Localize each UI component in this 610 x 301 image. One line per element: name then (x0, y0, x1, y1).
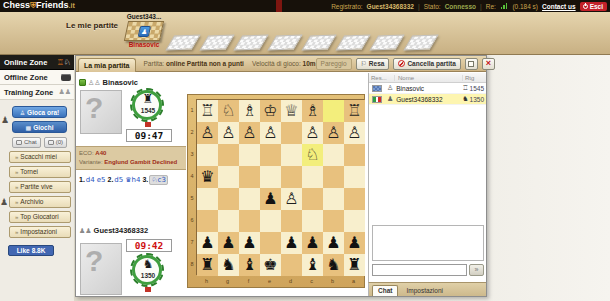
like-count: 8.8K (32, 246, 46, 255)
close-game-button[interactable]: × (482, 58, 495, 70)
sidebar-item-label: Scacchi miei (20, 152, 56, 162)
square-g8[interactable]: ♞ (218, 254, 239, 276)
registered-label: Registrato: (331, 3, 362, 10)
square-f7[interactable]: ♟ (239, 232, 260, 254)
white-p-piece[interactable]: ♙ (344, 122, 365, 144)
file-label: f (238, 275, 259, 287)
black-n-piece[interactable]: ♞ (323, 254, 344, 276)
resign-button[interactable]: ⚐Resa (356, 58, 390, 70)
empty-board-slot[interactable] (301, 35, 336, 51)
games-button[interactable]: ▦ Giochi (12, 121, 67, 133)
online-zone-label: Online Zone (4, 58, 47, 67)
black-piece-icon: ♟♟ (79, 227, 92, 235)
match-info: Partita: online Partita non a punti (144, 60, 244, 67)
separator: | (418, 3, 420, 10)
square-a4[interactable] (344, 166, 365, 188)
square-d3[interactable] (281, 144, 302, 166)
square-h3[interactable] (197, 144, 218, 166)
square-g2[interactable]: ♙ (218, 122, 239, 144)
rating-piece-icon: ♞ (462, 95, 468, 103)
white-p-piece[interactable]: ♙ (218, 122, 239, 144)
black-p-piece[interactable]: ♟ (239, 232, 260, 254)
top-player-avatar: ? (80, 90, 122, 134)
square-b2[interactable]: ♙ (323, 122, 344, 144)
logo-tld: .it (69, 2, 75, 9)
player-rating: ♖1545 (462, 84, 484, 92)
online-status-icon (79, 79, 86, 86)
rank-label: 8 (188, 253, 196, 275)
play-icon: ♙ (20, 109, 25, 116)
rank-label: 7 (188, 231, 196, 253)
move-list[interactable]: 1.d4e52.d5♛h43.♘c3 (79, 174, 184, 187)
sidebar-item-tornei[interactable]: »Tornei (9, 166, 71, 178)
rank-label: 4 (188, 165, 196, 187)
facebook-like-button[interactable]: Like 8.8K (8, 245, 54, 256)
header-nome: Nome (395, 75, 462, 81)
side-piece-icon: ♟ (387, 95, 393, 103)
square-b5[interactable] (323, 188, 344, 210)
bottom-player-wreath: ♞ 1350 (128, 254, 168, 292)
empty-board-slot[interactable] (165, 35, 200, 51)
sidebar-chat-count-button[interactable]: (0) (44, 137, 67, 148)
play-now-button[interactable]: ♙ Gioca ora! (12, 106, 67, 118)
white-n-piece[interactable]: ♘ (302, 144, 323, 166)
square-a1[interactable]: ♖ (344, 100, 365, 122)
file-label: c (301, 275, 322, 287)
square-g6[interactable] (218, 210, 239, 232)
square-d4[interactable] (281, 166, 302, 188)
file-label: d (280, 275, 301, 287)
rating-value: 1545 (470, 85, 484, 92)
sidebar-item-offline-zone[interactable]: Offline Zone (0, 70, 74, 85)
offline-zone-icon (61, 74, 71, 81)
black-p-piece[interactable]: ♟ (281, 232, 302, 254)
training-zone-label: Training Zone (4, 88, 53, 97)
tab-strip: Le mie partite Guest343... ♟ Binasovic (0, 12, 610, 55)
square-c8[interactable]: ♝ (302, 254, 323, 276)
player-list-panel: Res... Nome Rtg ♙Binasovic♖1545♟Guest343… (368, 73, 486, 284)
chevron-icon: » (15, 167, 18, 177)
square-g4[interactable] (218, 166, 239, 188)
sidebar-item-online-zone[interactable]: Online Zone ♖♘ (0, 55, 74, 70)
window-icon (468, 61, 474, 67)
square-g7[interactable]: ♟ (218, 232, 239, 254)
sidebar-item-training-zone[interactable]: Training Zone ♟♟ (0, 85, 74, 100)
move-number: 3. (142, 176, 148, 183)
black-p-piece[interactable]: ♟ (302, 232, 323, 254)
like-label: Like (17, 246, 30, 255)
move[interactable]: d4 (86, 176, 95, 184)
rank-labels: 12345678 (188, 99, 196, 275)
file-label: b (322, 275, 343, 287)
empty-board-slot[interactable] (369, 35, 404, 51)
bottom-player-bar: ♟♟ Guest34368332 (79, 226, 148, 235)
games-label: Giochi (33, 124, 53, 131)
square-b7[interactable]: ♟ (323, 232, 344, 254)
active-game-tab[interactable]: Guest343... ♟ Binasovic (120, 13, 168, 48)
white-r-piece[interactable]: ♖ (197, 100, 218, 122)
player-row-binasovic[interactable]: ♙Binasovic♖1545 (369, 83, 486, 94)
empty-game-slots (170, 35, 434, 50)
contact-us-link[interactable]: Contact us (542, 3, 576, 10)
square-c5[interactable] (302, 188, 323, 210)
white-q-piece[interactable]: ♕ (281, 100, 302, 122)
offline-zone-label: Offline Zone (4, 73, 48, 82)
grid-icon (48, 140, 54, 145)
header-res: Res... (369, 75, 395, 81)
square-e7[interactable] (260, 232, 281, 254)
top-player-name: Binasovic (103, 78, 138, 87)
square-b1[interactable] (323, 100, 344, 122)
square-e2[interactable]: ♙ (260, 122, 281, 144)
black-k-piece[interactable]: ♚ (260, 254, 281, 276)
notification-notch (276, 0, 282, 12)
empty-board-slot[interactable] (403, 35, 438, 51)
status-value: Connesso (445, 3, 476, 10)
variant-label: Variante: (79, 159, 103, 165)
active-game-player: Binasovic (120, 41, 168, 48)
black-b-piece[interactable]: ♝ (302, 254, 323, 276)
sidebar-item-partite-vive[interactable]: »Partite vive (9, 181, 71, 193)
match-label: Partita: (144, 60, 165, 67)
square-b6[interactable] (323, 210, 344, 232)
square-a6[interactable] (344, 210, 365, 232)
sidebar-menu: »Scacchi miei»Tornei»Partite vive»Archiv… (0, 151, 74, 238)
square-e6[interactable] (260, 210, 281, 232)
square-a2[interactable]: ♙ (344, 122, 365, 144)
square-h2[interactable]: ♙ (197, 122, 218, 144)
cancel-game-button[interactable]: Cancella partita (393, 58, 460, 70)
square-f3[interactable] (239, 144, 260, 166)
logo-chess: Chess (3, 0, 30, 10)
square-a3[interactable] (344, 144, 365, 166)
black-b-piece[interactable]: ♝ (239, 254, 260, 276)
bottom-player-rating: 1350 (128, 272, 168, 279)
square-a7[interactable]: ♟ (344, 232, 365, 254)
pawn-decoration-icon: ♟ (1, 115, 9, 125)
empty-board-slot[interactable] (267, 35, 302, 51)
variant-value: Englund Gambit Declined (104, 159, 177, 165)
popout-button[interactable] (465, 58, 478, 70)
sidebar-item-label: Tornei (20, 167, 38, 177)
player-list-header: Res... Nome Rtg (369, 73, 486, 83)
square-a8[interactable]: ♜ (344, 254, 365, 276)
top-player-wreath: ♜ 1545 (128, 89, 168, 127)
draw-button[interactable]: Pareggio (316, 58, 352, 70)
file-label: h (196, 275, 217, 287)
black-p-piece[interactable]: ♟ (323, 232, 344, 254)
move[interactable]: ♘c3 (149, 175, 168, 185)
move-number: 1. (79, 176, 85, 183)
square-h6[interactable] (197, 210, 218, 232)
active-game-board-thumbnail: ♟ (124, 21, 164, 41)
square-c7[interactable]: ♟ (302, 232, 323, 254)
chat-line: » (372, 264, 484, 276)
square-f8[interactable]: ♝ (239, 254, 260, 276)
chevron-icon: » (15, 212, 18, 222)
file-labels: hgfedcba (196, 275, 364, 287)
chevron-icon: » (15, 182, 18, 192)
top-player-clock: 09:47 (126, 129, 172, 142)
black-r-piece[interactable]: ♜ (344, 254, 365, 276)
no-entry-icon (398, 60, 405, 67)
toolbar-buttons: Pareggio ⚐Resa Cancella partita × (316, 58, 495, 70)
square-c6[interactable] (302, 210, 323, 232)
player-name: Binasovic (396, 85, 424, 92)
wreath-ribbon (145, 287, 151, 292)
italy-flag-icon (372, 96, 382, 103)
match-value: online Partita non a punti (166, 60, 244, 67)
wreath-ribbon (145, 122, 151, 127)
cancel-label: Cancella partita (407, 60, 455, 67)
logout-button[interactable]: Esci (580, 2, 607, 11)
square-c4[interactable] (302, 166, 323, 188)
file-label: a (343, 275, 364, 287)
logo-friends: Friends (36, 0, 69, 10)
sidebar-item-label: Impostazioni (20, 227, 57, 237)
chevron-icon: » (15, 197, 18, 207)
wreath-piece-icon: ♜ (128, 93, 168, 105)
panel-tabs: ChatImpostazioni (368, 282, 486, 296)
square-d5[interactable]: ♙ (281, 188, 302, 210)
white-b-piece[interactable]: ♗ (302, 100, 323, 122)
square-d1[interactable]: ♕ (281, 100, 302, 122)
square-g1[interactable]: ♘ (218, 100, 239, 122)
game-toolbar: La mia partita Partita: online Partita n… (76, 56, 486, 72)
black-r-piece[interactable]: ♜ (197, 254, 218, 276)
game-mode-icon: ♟ (138, 26, 151, 37)
move[interactable]: d5 (114, 176, 123, 184)
square-d6[interactable] (281, 210, 302, 232)
white-p-piece[interactable]: ♙ (323, 122, 344, 144)
rating-value: 1350 (470, 96, 484, 103)
rank-label: 6 (188, 209, 196, 231)
square-h4[interactable]: ♛ (197, 166, 218, 188)
square-g5[interactable] (218, 188, 239, 210)
square-g3[interactable] (218, 144, 239, 166)
empty-board-slot[interactable] (199, 35, 234, 51)
pawn-decoration-icon: ♟ (0, 197, 8, 207)
square-h5[interactable] (197, 188, 218, 210)
chat-bubble-icon (16, 140, 22, 145)
unknown-avatar-question: ? (85, 244, 103, 278)
player-name: Guest34368332 (396, 96, 442, 103)
top-player-bar: ♙♙ Binasovic (79, 78, 138, 87)
white-r-piece[interactable]: ♖ (344, 100, 365, 122)
square-a5[interactable] (344, 188, 365, 210)
sidebar-chat-button[interactable]: Chat (12, 137, 41, 148)
square-e8[interactable]: ♚ (260, 254, 281, 276)
sidebar-item-scacchi-miei[interactable]: »Scacchi miei (9, 151, 71, 163)
player-rating: ♞1350 (462, 95, 484, 103)
square-b3[interactable] (323, 144, 344, 166)
square-f2[interactable]: ♙ (239, 122, 260, 144)
board-grid: ♖♘♗♔♕♗♖♙♙♙♙♙♙♙♘♛♟♙♟♟♟♟♟♟♟♜♞♝♚♝♞♜ (196, 99, 364, 275)
speed-label: Velocità di gioco: (252, 60, 301, 67)
signal-icon (501, 3, 508, 9)
status-label: Stato: (424, 3, 441, 10)
square-d7[interactable]: ♟ (281, 232, 302, 254)
draw-label: Pareggio (321, 60, 347, 67)
square-c2[interactable]: ♙ (302, 122, 323, 144)
bottom-player-name: Guest34368332 (94, 226, 149, 235)
chat-log (372, 225, 484, 261)
square-h7[interactable]: ♟ (197, 232, 218, 254)
square-e3[interactable] (260, 144, 281, 166)
tab-impostazioni[interactable]: Impostazioni (401, 286, 448, 296)
sidebar-item-label: Top Giocatori (20, 212, 58, 222)
square-h1[interactable]: ♖ (197, 100, 218, 122)
move-number: 2. (108, 176, 114, 183)
rating-piece-icon: ♖ (462, 84, 468, 92)
chevron-icon: » (15, 152, 18, 162)
black-q-piece[interactable]: ♛ (197, 166, 218, 188)
close-icon: × (486, 59, 491, 68)
power-icon (583, 4, 588, 9)
file-label: e (259, 275, 280, 287)
rank-label: 1 (188, 99, 196, 121)
black-p-piece[interactable]: ♟ (197, 232, 218, 254)
active-game-opponent: Guest343... (120, 13, 168, 20)
square-f1[interactable]: ♗ (239, 100, 260, 122)
separator: | (480, 3, 482, 10)
games-icon: ▦ (26, 124, 32, 131)
play-now-label: Gioca ora! (27, 109, 59, 116)
square-c1[interactable]: ♗ (302, 100, 323, 122)
wreath-piece-icon: ♞ (128, 258, 168, 270)
white-p-piece[interactable]: ♙ (302, 122, 323, 144)
header-rtg: Rtg (462, 75, 486, 81)
square-e5[interactable]: ♟ (260, 188, 281, 210)
top-player-rating: 1545 (128, 107, 168, 114)
speed-value: 10m (303, 60, 316, 67)
white-b-piece[interactable]: ♗ (239, 100, 260, 122)
logout-label: Esci (590, 3, 603, 10)
sidebar: Online Zone ♖♘ Offline Zone Training Zon… (0, 55, 74, 301)
speed-info: Velocità di gioco: 10m (252, 60, 316, 67)
session-username: Guest34368332 (367, 3, 414, 10)
square-b8[interactable]: ♞ (323, 254, 344, 276)
square-c3[interactable]: ♘ (302, 144, 323, 166)
white-p-piece[interactable]: ♙ (260, 122, 281, 144)
eco-label: ECO: (79, 150, 94, 156)
rank-label: 5 (188, 187, 196, 209)
sidebar-item-archivio[interactable]: »Archivio (9, 196, 71, 208)
chat-send-button[interactable]: » (469, 264, 484, 276)
sidebar-chat-label: Chat (24, 138, 37, 147)
sidebar-chat-count: (0) (56, 138, 63, 147)
session-info: Registrato: Guest34368332 | Stato: Conne… (331, 0, 607, 12)
blue-flag-icon (372, 85, 382, 92)
tab-chat[interactable]: Chat (372, 285, 398, 296)
move[interactable]: e5 (97, 176, 106, 184)
ping-label: Re: (486, 3, 496, 10)
black-n-piece[interactable]: ♞ (218, 254, 239, 276)
rank-label: 3 (188, 143, 196, 165)
square-f6[interactable] (239, 210, 260, 232)
eco-value: A40 (95, 150, 106, 156)
top-bar: Chess⛨Friends.it Registrato: Guest343683… (0, 0, 610, 12)
sidebar-item-impostazioni[interactable]: »Impostazioni (9, 226, 71, 238)
square-f4[interactable] (239, 166, 260, 188)
ping-value: (0.184 s) (512, 3, 538, 10)
side-piece-icon: ♙ (387, 84, 393, 92)
opening-info-box: ECO: A40 Variante: Englund Gambit Declin… (76, 146, 186, 170)
black-p-piece[interactable]: ♟ (260, 188, 281, 210)
training-zone-icon: ♟♟ (58, 88, 71, 96)
site-logo[interactable]: Chess⛨Friends.it (3, 0, 75, 11)
square-d2[interactable] (281, 122, 302, 144)
unknown-avatar-question: ? (85, 91, 103, 125)
sidebar-item-label: Partite vive (20, 182, 52, 192)
chat-row: Chat (0) (12, 137, 70, 148)
move[interactable]: ♛h4 (125, 176, 140, 184)
empty-board-slot[interactable] (233, 35, 268, 51)
black-p-piece[interactable]: ♟ (344, 232, 365, 254)
tab-my-game[interactable]: La mia partita (78, 58, 136, 72)
chess-board: 12345678 ♖♘♗♔♕♗♖♙♙♙♙♙♙♙♘♛♟♙♟♟♟♟♟♟♟♜♞♝♚♝♞… (187, 94, 365, 288)
white-p-piece[interactable]: ♙ (239, 122, 260, 144)
black-p-piece[interactable]: ♟ (218, 232, 239, 254)
chevron-icon: » (15, 227, 18, 237)
chat-input[interactable] (372, 264, 467, 276)
sidebar-item-label: Archivio (20, 197, 43, 207)
bottom-player-clock: 09:42 (126, 239, 172, 252)
white-k-piece[interactable]: ♔ (260, 100, 281, 122)
game-panel: La mia partita Partita: online Partita n… (75, 55, 487, 297)
square-b4[interactable] (323, 166, 344, 188)
resign-label: Resa (369, 60, 385, 67)
file-label: g (217, 275, 238, 287)
sidebar-item-top-giocatori[interactable]: »Top Giocatori (9, 211, 71, 223)
bottom-player-avatar: ? (80, 243, 122, 295)
white-flag-icon: ⚐ (361, 60, 367, 68)
rank-label: 2 (188, 121, 196, 143)
my-games-label: Le mie partite (66, 21, 118, 30)
white-p-piece[interactable]: ♙ (281, 188, 302, 210)
square-d8[interactable] (281, 254, 302, 276)
player-row-guest34368332[interactable]: ♟Guest34368332♞1350 (369, 94, 486, 105)
square-h8[interactable]: ♜ (197, 254, 218, 276)
online-zone-icon: ♖♘ (57, 58, 71, 67)
white-n-piece[interactable]: ♘ (218, 100, 239, 122)
square-e1[interactable]: ♔ (260, 100, 281, 122)
square-f5[interactable] (239, 188, 260, 210)
square-e4[interactable] (260, 166, 281, 188)
empty-board-slot[interactable] (335, 35, 370, 51)
white-p-piece[interactable]: ♙ (197, 122, 218, 144)
player-list-rows: ♙Binasovic♖1545♟Guest34368332♞1350 (369, 83, 486, 105)
white-piece-icon: ♙♙ (88, 79, 101, 87)
